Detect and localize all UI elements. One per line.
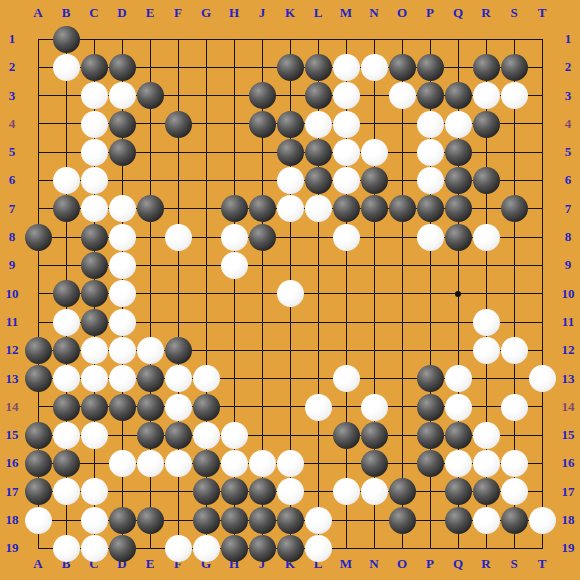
board-point-E2[interactable] <box>136 53 164 81</box>
board-point-G2[interactable] <box>192 53 220 81</box>
board-point-F5[interactable] <box>164 138 192 166</box>
board-point-G17[interactable] <box>192 478 220 506</box>
board-point-Q6[interactable] <box>444 166 472 194</box>
board-point-T15[interactable] <box>528 421 556 449</box>
board-point-O14[interactable] <box>388 393 416 421</box>
board-point-F3[interactable] <box>164 82 192 110</box>
board-point-C9[interactable] <box>80 251 108 279</box>
board-point-C10[interactable] <box>80 280 108 308</box>
board-point-T3[interactable] <box>528 82 556 110</box>
board-point-H18[interactable] <box>220 506 248 534</box>
board-point-K2[interactable] <box>276 53 304 81</box>
board-point-E18[interactable] <box>136 506 164 534</box>
board-point-M5[interactable] <box>332 138 360 166</box>
board-point-R12[interactable] <box>472 336 500 364</box>
board-point-J15[interactable] <box>248 421 276 449</box>
board-point-A5[interactable] <box>24 138 52 166</box>
board-point-A8[interactable] <box>24 223 52 251</box>
board-point-S2[interactable] <box>500 53 528 81</box>
board-point-F10[interactable] <box>164 280 192 308</box>
board-point-H12[interactable] <box>220 336 248 364</box>
board-point-E3[interactable] <box>136 82 164 110</box>
board-point-J17[interactable] <box>248 478 276 506</box>
board-point-Q4[interactable] <box>444 110 472 138</box>
board-point-P14[interactable] <box>416 393 444 421</box>
board-point-M15[interactable] <box>332 421 360 449</box>
board-point-N9[interactable] <box>360 251 388 279</box>
board-point-K4[interactable] <box>276 110 304 138</box>
board-point-H5[interactable] <box>220 138 248 166</box>
board-point-D10[interactable] <box>108 280 136 308</box>
board-point-S8[interactable] <box>500 223 528 251</box>
board-point-D7[interactable] <box>108 195 136 223</box>
board-point-N17[interactable] <box>360 478 388 506</box>
board-point-D18[interactable] <box>108 506 136 534</box>
board-point-A17[interactable] <box>24 478 52 506</box>
board-point-G6[interactable] <box>192 166 220 194</box>
board-point-H4[interactable] <box>220 110 248 138</box>
board-point-S6[interactable] <box>500 166 528 194</box>
board-point-R6[interactable] <box>472 166 500 194</box>
board-point-F13[interactable] <box>164 365 192 393</box>
board-point-P16[interactable] <box>416 449 444 477</box>
board-point-J9[interactable] <box>248 251 276 279</box>
board-point-J12[interactable] <box>248 336 276 364</box>
board-point-E15[interactable] <box>136 421 164 449</box>
board-point-M13[interactable] <box>332 365 360 393</box>
board-point-C3[interactable] <box>80 82 108 110</box>
board-point-N10[interactable] <box>360 280 388 308</box>
board-point-A1[interactable] <box>24 25 52 53</box>
board-point-H14[interactable] <box>220 393 248 421</box>
board-point-B13[interactable] <box>52 365 80 393</box>
board-point-C18[interactable] <box>80 506 108 534</box>
board-point-R16[interactable] <box>472 449 500 477</box>
board-point-M7[interactable] <box>332 195 360 223</box>
board-point-A13[interactable] <box>24 365 52 393</box>
board-point-K7[interactable] <box>276 195 304 223</box>
board-point-F18[interactable] <box>164 506 192 534</box>
board-point-P8[interactable] <box>416 223 444 251</box>
board-point-M10[interactable] <box>332 280 360 308</box>
board-point-Q11[interactable] <box>444 308 472 336</box>
board-point-T2[interactable] <box>528 53 556 81</box>
board-point-R11[interactable] <box>472 308 500 336</box>
board-point-Q3[interactable] <box>444 82 472 110</box>
board-point-K9[interactable] <box>276 251 304 279</box>
board-point-P15[interactable] <box>416 421 444 449</box>
board-point-C14[interactable] <box>80 393 108 421</box>
board-point-A3[interactable] <box>24 82 52 110</box>
board-point-G11[interactable] <box>192 308 220 336</box>
board-point-S19[interactable] <box>500 534 528 562</box>
board-point-Q16[interactable] <box>444 449 472 477</box>
board-point-P11[interactable] <box>416 308 444 336</box>
board-point-N4[interactable] <box>360 110 388 138</box>
board-point-G19[interactable] <box>192 534 220 562</box>
board-point-K13[interactable] <box>276 365 304 393</box>
board-point-B8[interactable] <box>52 223 80 251</box>
board-point-M18[interactable] <box>332 506 360 534</box>
board-point-L1[interactable] <box>304 25 332 53</box>
board-point-O19[interactable] <box>388 534 416 562</box>
board-point-P5[interactable] <box>416 138 444 166</box>
board-point-J5[interactable] <box>248 138 276 166</box>
board-point-S17[interactable] <box>500 478 528 506</box>
board-point-K14[interactable] <box>276 393 304 421</box>
board-point-H8[interactable] <box>220 223 248 251</box>
board-point-P3[interactable] <box>416 82 444 110</box>
board-point-C19[interactable] <box>80 534 108 562</box>
board-point-J3[interactable] <box>248 82 276 110</box>
board-point-Q9[interactable] <box>444 251 472 279</box>
board-point-B5[interactable] <box>52 138 80 166</box>
board-point-K8[interactable] <box>276 223 304 251</box>
board-point-M6[interactable] <box>332 166 360 194</box>
board-point-Q7[interactable] <box>444 195 472 223</box>
board-point-C16[interactable] <box>80 449 108 477</box>
board-point-R10[interactable] <box>472 280 500 308</box>
board-point-C15[interactable] <box>80 421 108 449</box>
board-point-O17[interactable] <box>388 478 416 506</box>
board-point-K10[interactable] <box>276 280 304 308</box>
board-point-F2[interactable] <box>164 53 192 81</box>
board-point-J11[interactable] <box>248 308 276 336</box>
board-point-G1[interactable] <box>192 25 220 53</box>
board-point-P17[interactable] <box>416 478 444 506</box>
board-point-M3[interactable] <box>332 82 360 110</box>
board-point-O4[interactable] <box>388 110 416 138</box>
board-point-L11[interactable] <box>304 308 332 336</box>
board-point-P7[interactable] <box>416 195 444 223</box>
board-point-M9[interactable] <box>332 251 360 279</box>
board-point-O15[interactable] <box>388 421 416 449</box>
board-point-A10[interactable] <box>24 280 52 308</box>
board-point-G12[interactable] <box>192 336 220 364</box>
board-point-J1[interactable] <box>248 25 276 53</box>
board-point-B3[interactable] <box>52 82 80 110</box>
board-point-N3[interactable] <box>360 82 388 110</box>
board-point-F14[interactable] <box>164 393 192 421</box>
board-point-E16[interactable] <box>136 449 164 477</box>
board-point-F6[interactable] <box>164 166 192 194</box>
board-point-L16[interactable] <box>304 449 332 477</box>
board-point-J19[interactable] <box>248 534 276 562</box>
board-point-G4[interactable] <box>192 110 220 138</box>
board-point-S14[interactable] <box>500 393 528 421</box>
board-point-J6[interactable] <box>248 166 276 194</box>
board-point-S18[interactable] <box>500 506 528 534</box>
board-point-Q14[interactable] <box>444 393 472 421</box>
board-point-G3[interactable] <box>192 82 220 110</box>
board-point-R8[interactable] <box>472 223 500 251</box>
board-point-D16[interactable] <box>108 449 136 477</box>
board-point-J4[interactable] <box>248 110 276 138</box>
board-point-F1[interactable] <box>164 25 192 53</box>
board-point-A18[interactable] <box>24 506 52 534</box>
board-point-B17[interactable] <box>52 478 80 506</box>
board-point-O8[interactable] <box>388 223 416 251</box>
board-point-J14[interactable] <box>248 393 276 421</box>
board-point-H19[interactable] <box>220 534 248 562</box>
board-point-A6[interactable] <box>24 166 52 194</box>
board-point-S13[interactable] <box>500 365 528 393</box>
board-point-F7[interactable] <box>164 195 192 223</box>
board-point-A11[interactable] <box>24 308 52 336</box>
board-point-G14[interactable] <box>192 393 220 421</box>
board-point-R7[interactable] <box>472 195 500 223</box>
board-point-T9[interactable] <box>528 251 556 279</box>
board-point-L7[interactable] <box>304 195 332 223</box>
board-point-D19[interactable] <box>108 534 136 562</box>
board-point-Q2[interactable] <box>444 53 472 81</box>
board-point-N8[interactable] <box>360 223 388 251</box>
board-point-M1[interactable] <box>332 25 360 53</box>
board-point-C11[interactable] <box>80 308 108 336</box>
board-point-D11[interactable] <box>108 308 136 336</box>
board-point-R13[interactable] <box>472 365 500 393</box>
board-point-C12[interactable] <box>80 336 108 364</box>
board-point-P13[interactable] <box>416 365 444 393</box>
board-point-K1[interactable] <box>276 25 304 53</box>
board-point-O11[interactable] <box>388 308 416 336</box>
board-point-D17[interactable] <box>108 478 136 506</box>
board-point-T6[interactable] <box>528 166 556 194</box>
board-point-B18[interactable] <box>52 506 80 534</box>
board-point-D13[interactable] <box>108 365 136 393</box>
board-point-H15[interactable] <box>220 421 248 449</box>
board-point-F19[interactable] <box>164 534 192 562</box>
board-point-R2[interactable] <box>472 53 500 81</box>
board-point-D5[interactable] <box>108 138 136 166</box>
board-point-B2[interactable] <box>52 53 80 81</box>
board-point-R9[interactable] <box>472 251 500 279</box>
board-point-D9[interactable] <box>108 251 136 279</box>
board-point-L10[interactable] <box>304 280 332 308</box>
board-point-R14[interactable] <box>472 393 500 421</box>
board-point-M17[interactable] <box>332 478 360 506</box>
board-point-M16[interactable] <box>332 449 360 477</box>
board-point-O7[interactable] <box>388 195 416 223</box>
board-point-E7[interactable] <box>136 195 164 223</box>
board-point-O16[interactable] <box>388 449 416 477</box>
board-point-E14[interactable] <box>136 393 164 421</box>
board-point-D2[interactable] <box>108 53 136 81</box>
board-point-P6[interactable] <box>416 166 444 194</box>
board-point-O13[interactable] <box>388 365 416 393</box>
board-point-Q18[interactable] <box>444 506 472 534</box>
board-point-N1[interactable] <box>360 25 388 53</box>
board-point-L18[interactable] <box>304 506 332 534</box>
board-point-O3[interactable] <box>388 82 416 110</box>
board-point-O18[interactable] <box>388 506 416 534</box>
board-point-K19[interactable] <box>276 534 304 562</box>
board-point-O5[interactable] <box>388 138 416 166</box>
board-point-C7[interactable] <box>80 195 108 223</box>
board-point-K16[interactable] <box>276 449 304 477</box>
board-point-L13[interactable] <box>304 365 332 393</box>
board-point-K5[interactable] <box>276 138 304 166</box>
board-point-H11[interactable] <box>220 308 248 336</box>
board-point-L17[interactable] <box>304 478 332 506</box>
board-point-H1[interactable] <box>220 25 248 53</box>
board-point-B11[interactable] <box>52 308 80 336</box>
board-point-S10[interactable] <box>500 280 528 308</box>
board-point-Q10[interactable] <box>444 280 472 308</box>
board-point-Q12[interactable] <box>444 336 472 364</box>
board-point-N5[interactable] <box>360 138 388 166</box>
board-point-L14[interactable] <box>304 393 332 421</box>
board-point-L12[interactable] <box>304 336 332 364</box>
board-point-H10[interactable] <box>220 280 248 308</box>
board-point-B12[interactable] <box>52 336 80 364</box>
board-point-L6[interactable] <box>304 166 332 194</box>
board-point-H13[interactable] <box>220 365 248 393</box>
board-point-K17[interactable] <box>276 478 304 506</box>
board-point-F15[interactable] <box>164 421 192 449</box>
board-point-F8[interactable] <box>164 223 192 251</box>
board-point-D14[interactable] <box>108 393 136 421</box>
board-point-H17[interactable] <box>220 478 248 506</box>
board-point-O10[interactable] <box>388 280 416 308</box>
board-point-G13[interactable] <box>192 365 220 393</box>
board-point-F9[interactable] <box>164 251 192 279</box>
board-point-T19[interactable] <box>528 534 556 562</box>
board-point-N2[interactable] <box>360 53 388 81</box>
board-point-S11[interactable] <box>500 308 528 336</box>
board-point-M4[interactable] <box>332 110 360 138</box>
board-point-E19[interactable] <box>136 534 164 562</box>
board-point-C17[interactable] <box>80 478 108 506</box>
board-point-J10[interactable] <box>248 280 276 308</box>
board-point-J18[interactable] <box>248 506 276 534</box>
board-point-N6[interactable] <box>360 166 388 194</box>
board-point-O2[interactable] <box>388 53 416 81</box>
board-point-E1[interactable] <box>136 25 164 53</box>
board-point-P1[interactable] <box>416 25 444 53</box>
board-point-J7[interactable] <box>248 195 276 223</box>
board-point-B1[interactable] <box>52 25 80 53</box>
board-point-P4[interactable] <box>416 110 444 138</box>
board-point-H6[interactable] <box>220 166 248 194</box>
board-point-B15[interactable] <box>52 421 80 449</box>
board-point-M8[interactable] <box>332 223 360 251</box>
board-point-T8[interactable] <box>528 223 556 251</box>
board-point-A9[interactable] <box>24 251 52 279</box>
board-point-K12[interactable] <box>276 336 304 364</box>
board-point-S15[interactable] <box>500 421 528 449</box>
board-point-C6[interactable] <box>80 166 108 194</box>
board-point-E10[interactable] <box>136 280 164 308</box>
board-point-L4[interactable] <box>304 110 332 138</box>
board-point-T18[interactable] <box>528 506 556 534</box>
board-point-Q19[interactable] <box>444 534 472 562</box>
board-point-O9[interactable] <box>388 251 416 279</box>
board-point-T5[interactable] <box>528 138 556 166</box>
board-point-D15[interactable] <box>108 421 136 449</box>
board-point-S9[interactable] <box>500 251 528 279</box>
board-point-A2[interactable] <box>24 53 52 81</box>
board-point-E12[interactable] <box>136 336 164 364</box>
board-point-D1[interactable] <box>108 25 136 53</box>
board-point-L15[interactable] <box>304 421 332 449</box>
board-point-T10[interactable] <box>528 280 556 308</box>
board-point-F11[interactable] <box>164 308 192 336</box>
board-point-M2[interactable] <box>332 53 360 81</box>
board-point-B7[interactable] <box>52 195 80 223</box>
board-point-G9[interactable] <box>192 251 220 279</box>
board-point-C4[interactable] <box>80 110 108 138</box>
board-point-O1[interactable] <box>388 25 416 53</box>
board-point-N13[interactable] <box>360 365 388 393</box>
board-point-K18[interactable] <box>276 506 304 534</box>
board-point-L9[interactable] <box>304 251 332 279</box>
board-point-F17[interactable] <box>164 478 192 506</box>
board-point-K3[interactable] <box>276 82 304 110</box>
board-point-O12[interactable] <box>388 336 416 364</box>
board-point-A15[interactable] <box>24 421 52 449</box>
board-point-T1[interactable] <box>528 25 556 53</box>
board-point-P10[interactable] <box>416 280 444 308</box>
board-point-R5[interactable] <box>472 138 500 166</box>
board-point-R19[interactable] <box>472 534 500 562</box>
board-point-O6[interactable] <box>388 166 416 194</box>
board-point-G8[interactable] <box>192 223 220 251</box>
board-point-N15[interactable] <box>360 421 388 449</box>
board-point-P12[interactable] <box>416 336 444 364</box>
board-point-N18[interactable] <box>360 506 388 534</box>
board-point-K15[interactable] <box>276 421 304 449</box>
board-point-T12[interactable] <box>528 336 556 364</box>
board-point-T14[interactable] <box>528 393 556 421</box>
board-point-T13[interactable] <box>528 365 556 393</box>
board-point-K11[interactable] <box>276 308 304 336</box>
board-point-J8[interactable] <box>248 223 276 251</box>
board-point-F16[interactable] <box>164 449 192 477</box>
board-point-E5[interactable] <box>136 138 164 166</box>
board-point-D6[interactable] <box>108 166 136 194</box>
board-point-C5[interactable] <box>80 138 108 166</box>
board-point-F12[interactable] <box>164 336 192 364</box>
board-point-A19[interactable] <box>24 534 52 562</box>
board-point-P18[interactable] <box>416 506 444 534</box>
board-point-N19[interactable] <box>360 534 388 562</box>
board-point-D8[interactable] <box>108 223 136 251</box>
board-point-P19[interactable] <box>416 534 444 562</box>
board-point-C8[interactable] <box>80 223 108 251</box>
board-point-L2[interactable] <box>304 53 332 81</box>
board-point-D3[interactable] <box>108 82 136 110</box>
board-point-E11[interactable] <box>136 308 164 336</box>
board-point-A7[interactable] <box>24 195 52 223</box>
board-point-E8[interactable] <box>136 223 164 251</box>
board-point-G16[interactable] <box>192 449 220 477</box>
board-point-S3[interactable] <box>500 82 528 110</box>
board-point-L5[interactable] <box>304 138 332 166</box>
board-point-K6[interactable] <box>276 166 304 194</box>
board-point-A4[interactable] <box>24 110 52 138</box>
board-point-Q8[interactable] <box>444 223 472 251</box>
board-point-A16[interactable] <box>24 449 52 477</box>
board-point-B14[interactable] <box>52 393 80 421</box>
board-point-M11[interactable] <box>332 308 360 336</box>
board-point-C2[interactable] <box>80 53 108 81</box>
board-point-S4[interactable] <box>500 110 528 138</box>
board-point-R1[interactable] <box>472 25 500 53</box>
board-point-E17[interactable] <box>136 478 164 506</box>
board-point-A12[interactable] <box>24 336 52 364</box>
board-point-S16[interactable] <box>500 449 528 477</box>
